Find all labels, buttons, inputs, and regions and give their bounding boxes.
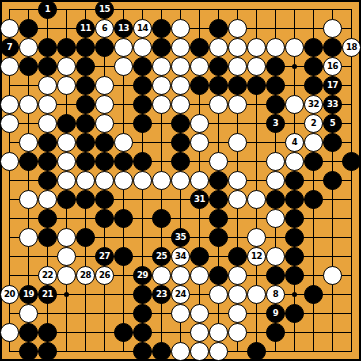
board-cell[interactable] [209,38,228,57]
white-stone [19,38,38,57]
board-cell[interactable] [38,209,57,228]
board-cell[interactable] [19,133,38,152]
black-stone-move-23: 23 [152,285,171,304]
board-cell[interactable] [342,152,361,171]
board-cell[interactable]: 3 [266,114,285,133]
board-cell[interactable] [228,285,247,304]
board-cell[interactable] [38,133,57,152]
black-stone [133,323,152,342]
board-cell[interactable] [76,76,95,95]
board-cell[interactable]: 23 [152,285,171,304]
white-stone [228,38,247,57]
board-cell[interactable] [285,209,304,228]
board-cell[interactable] [95,76,114,95]
black-stone [133,304,152,323]
black-stone-move-7: 7 [0,38,19,57]
white-stone [190,171,209,190]
board-cell[interactable] [38,114,57,133]
board-cell[interactable] [228,57,247,76]
board-cell[interactable] [190,57,209,76]
board-cell[interactable]: 7 [0,38,19,57]
board-cell[interactable]: 11 [76,19,95,38]
board-cell[interactable]: 28 [76,266,95,285]
board-cell[interactable] [209,171,228,190]
board-cell[interactable] [38,190,57,209]
board-cell[interactable] [171,19,190,38]
board-cell[interactable] [95,171,114,190]
board-cell[interactable] [0,95,19,114]
board-cell[interactable] [285,95,304,114]
board-cell[interactable] [171,171,190,190]
board-cell[interactable] [209,285,228,304]
board-cell[interactable] [152,76,171,95]
board-cell[interactable]: 5 [323,114,342,133]
board-cell[interactable] [19,57,38,76]
board-cell[interactable] [171,266,190,285]
board-cell[interactable] [133,114,152,133]
black-stone [304,38,323,57]
board-cell[interactable] [209,228,228,247]
board-cell[interactable] [266,38,285,57]
board-cell[interactable]: 20 [0,285,19,304]
board-cell[interactable] [133,323,152,342]
black-stone [133,285,152,304]
board-cell[interactable] [285,190,304,209]
board-cell[interactable] [247,76,266,95]
board-cell[interactable] [152,95,171,114]
board-cell[interactable] [209,266,228,285]
board-cell[interactable] [38,323,57,342]
white-stone [152,266,171,285]
board-cell[interactable] [304,133,323,152]
board-cell[interactable] [247,57,266,76]
board-cell[interactable] [190,76,209,95]
board-cell[interactable] [57,57,76,76]
board-cell[interactable] [133,171,152,190]
white-stone [171,76,190,95]
board-cell[interactable] [95,38,114,57]
white-stone-move-28: 28 [76,266,95,285]
board-cell[interactable] [133,57,152,76]
hoshi-point [292,64,297,69]
board-cell[interactable] [152,266,171,285]
board-cell[interactable]: 12 [247,247,266,266]
board-cell[interactable] [38,342,57,361]
black-stone [266,57,285,76]
black-stone [114,247,133,266]
board-cell[interactable] [266,152,285,171]
board-cell[interactable] [38,228,57,247]
board-cell[interactable] [0,114,19,133]
board-cell[interactable]: 4 [285,133,304,152]
board-cell[interactable] [171,152,190,171]
black-stone [323,133,342,152]
white-stone [171,19,190,38]
white-stone-move-18: 18 [342,38,361,57]
board-cell[interactable] [266,209,285,228]
board-cell[interactable] [266,266,285,285]
board-cell[interactable] [285,152,304,171]
black-stone [266,190,285,209]
board-cell[interactable] [152,209,171,228]
black-stone [38,209,57,228]
board-cell[interactable] [95,95,114,114]
board-cell[interactable] [57,247,76,266]
board-cell[interactable] [38,76,57,95]
white-stone [0,152,19,171]
board-cell[interactable]: 26 [95,266,114,285]
board-cell[interactable] [285,304,304,323]
board-cell[interactable] [19,190,38,209]
board-cell[interactable] [171,133,190,152]
board-cell[interactable] [266,247,285,266]
board-cell[interactable] [228,190,247,209]
white-stone [190,57,209,76]
board-cell[interactable] [304,285,323,304]
board-cell[interactable] [152,38,171,57]
board-cell[interactable]: 8 [266,285,285,304]
board-cell[interactable] [266,95,285,114]
white-stone [228,266,247,285]
board-cell[interactable] [114,152,133,171]
board-cell[interactable] [285,38,304,57]
white-stone [209,323,228,342]
board-cell[interactable]: 24 [171,285,190,304]
board-cell[interactable] [228,247,247,266]
board-cell[interactable]: 34 [171,247,190,266]
board-cell[interactable] [38,152,57,171]
board-cell[interactable] [209,323,228,342]
board-cell[interactable] [209,190,228,209]
board-cell[interactable] [133,38,152,57]
board-cell[interactable] [76,171,95,190]
board-cell[interactable]: 15 [95,0,114,19]
board-cell[interactable] [19,95,38,114]
board-cell[interactable] [190,171,209,190]
white-stone [209,95,228,114]
board-cell[interactable] [228,76,247,95]
board-cell[interactable] [228,19,247,38]
board-cell[interactable] [323,171,342,190]
board-cell[interactable] [152,19,171,38]
board-cell[interactable] [190,342,209,361]
board-cell[interactable] [247,285,266,304]
board-cell[interactable] [38,38,57,57]
black-stone [209,57,228,76]
board-cell[interactable] [247,38,266,57]
board-cell[interactable] [95,133,114,152]
board-cell[interactable] [0,57,19,76]
white-stone [190,323,209,342]
board-cell[interactable] [171,342,190,361]
black-stone [152,209,171,228]
board-cell[interactable] [285,266,304,285]
black-stone [304,76,323,95]
black-stone [95,152,114,171]
board-cell[interactable] [133,95,152,114]
board-cell[interactable] [19,19,38,38]
board-cell[interactable]: 31 [190,190,209,209]
board-cell[interactable] [57,114,76,133]
black-stone [304,152,323,171]
board-cell[interactable] [19,38,38,57]
board-cell[interactable] [76,57,95,76]
board-cell[interactable] [209,209,228,228]
black-stone [133,114,152,133]
board-cell[interactable]: 32 [304,95,323,114]
board-cell[interactable] [152,342,171,361]
board-cell[interactable] [57,190,76,209]
black-stone [19,152,38,171]
board-cell[interactable] [133,285,152,304]
black-stone-move-5: 5 [323,114,342,133]
board-cell[interactable] [171,95,190,114]
board-cell[interactable] [304,76,323,95]
board-cell[interactable] [304,57,323,76]
board-cell[interactable] [304,38,323,57]
board-cell[interactable] [228,304,247,323]
white-stone [190,342,209,361]
board-cell[interactable] [190,247,209,266]
board-cell[interactable] [285,247,304,266]
black-stone [228,247,247,266]
board-cell[interactable] [190,304,209,323]
black-stone-move-29: 29 [133,266,152,285]
board-cell[interactable]: 35 [171,228,190,247]
board-cell[interactable] [57,266,76,285]
board-cell[interactable] [247,190,266,209]
board-cell[interactable]: 22 [38,266,57,285]
board-cell[interactable] [209,342,228,361]
board-cell[interactable] [323,133,342,152]
board-cell[interactable] [323,19,342,38]
board-cell[interactable] [304,152,323,171]
board-cell[interactable] [228,266,247,285]
board-cell[interactable] [266,323,285,342]
white-stone [209,285,228,304]
board-cell[interactable] [114,38,133,57]
board-cell[interactable] [76,190,95,209]
board-cell[interactable] [57,228,76,247]
black-stone [209,171,228,190]
board-cell[interactable]: 33 [323,95,342,114]
white-stone [285,95,304,114]
white-stone [247,57,266,76]
board-cell[interactable] [114,247,133,266]
white-stone [133,38,152,57]
board-cell[interactable] [247,228,266,247]
board-cell[interactable] [209,95,228,114]
board-cell[interactable] [171,114,190,133]
white-stone-move-32: 32 [304,95,323,114]
board-cell[interactable]: 9 [266,304,285,323]
black-stone [133,76,152,95]
black-stone [76,228,95,247]
board-cell[interactable] [95,209,114,228]
board-cell[interactable] [114,171,133,190]
board-cell[interactable] [76,228,95,247]
board-cell[interactable] [38,57,57,76]
board-cell[interactable] [171,57,190,76]
white-stone [228,171,247,190]
board-cell[interactable] [152,57,171,76]
black-stone [247,76,266,95]
board-cell[interactable] [76,38,95,57]
board-cell[interactable] [95,114,114,133]
white-stone [304,133,323,152]
board-cell[interactable] [209,152,228,171]
board-cell[interactable]: 29 [133,266,152,285]
board-cell[interactable] [0,323,19,342]
black-stone [38,228,57,247]
board-cell[interactable] [190,266,209,285]
black-stone-move-33: 33 [323,95,342,114]
white-stone-move-20: 20 [0,285,19,304]
board-cell[interactable] [76,114,95,133]
black-stone [304,57,323,76]
black-stone-move-3: 3 [266,114,285,133]
board-cell[interactable] [285,228,304,247]
board-cell[interactable] [266,57,285,76]
white-stone [57,57,76,76]
board-cell[interactable] [190,323,209,342]
white-stone-move-14: 14 [133,19,152,38]
board-cell[interactable] [171,76,190,95]
board-cell[interactable] [114,209,133,228]
board-cell[interactable] [323,266,342,285]
board-cell[interactable]: 17 [323,76,342,95]
board-cell[interactable] [57,133,76,152]
board-cell[interactable]: 13 [114,19,133,38]
board-cell[interactable] [95,152,114,171]
board-cell[interactable] [266,76,285,95]
white-stone [171,57,190,76]
white-stone [228,133,247,152]
black-stone [152,38,171,57]
board-cell[interactable] [19,323,38,342]
board-cell[interactable]: 16 [323,57,342,76]
board-cell[interactable] [228,323,247,342]
board-cell[interactable] [323,38,342,57]
board-cell[interactable] [190,38,209,57]
white-stone [171,342,190,361]
board-cell[interactable] [266,171,285,190]
board-cell[interactable] [171,38,190,57]
black-stone [38,342,57,361]
black-stone [285,171,304,190]
black-stone [190,38,209,57]
black-stone [133,57,152,76]
board-cell[interactable] [266,190,285,209]
board-cell[interactable]: 18 [342,38,361,57]
board-cell[interactable] [133,152,152,171]
board-cell[interactable] [228,133,247,152]
black-stone [285,190,304,209]
black-stone [76,190,95,209]
board-cell[interactable] [133,76,152,95]
black-stone [285,266,304,285]
board-cell[interactable] [76,133,95,152]
board-cell[interactable] [190,114,209,133]
white-stone [323,19,342,38]
board-cell[interactable] [38,171,57,190]
black-stone [38,323,57,342]
board-cell[interactable] [19,304,38,323]
board-cell[interactable] [209,76,228,95]
black-stone [114,323,133,342]
board-cell[interactable] [19,342,38,361]
black-stone-move-9: 9 [266,304,285,323]
white-stone-move-8: 8 [266,285,285,304]
board-cell[interactable] [304,190,323,209]
black-stone [285,209,304,228]
white-stone [95,114,114,133]
white-stone [38,95,57,114]
white-stone [0,95,19,114]
board-cell[interactable] [76,152,95,171]
black-stone [266,323,285,342]
board-cell[interactable] [95,190,114,209]
black-stone [19,323,38,342]
black-stone [209,19,228,38]
board-cell[interactable] [209,19,228,38]
board-cell[interactable]: 14 [133,19,152,38]
board-cell[interactable] [57,38,76,57]
white-stone [228,95,247,114]
board-cell[interactable] [0,152,19,171]
board-cell[interactable] [0,19,19,38]
board-cell[interactable] [285,171,304,190]
board-cell[interactable] [190,133,209,152]
black-stone [38,171,57,190]
board-cell[interactable] [152,171,171,190]
board-cell[interactable]: 27 [95,247,114,266]
go-game-diagram: 1151161314718161732333254313527253412222… [0,0,361,361]
board-cell[interactable]: 19 [19,285,38,304]
board-cell[interactable] [38,95,57,114]
board-cell[interactable]: 1 [38,0,57,19]
board-cell[interactable] [114,323,133,342]
board-cell[interactable]: 25 [152,247,171,266]
board-cell[interactable]: 21 [38,285,57,304]
white-stone [57,171,76,190]
black-stone [76,76,95,95]
board-cell[interactable] [228,171,247,190]
white-stone-move-16: 16 [323,57,342,76]
board-cell[interactable]: 2 [304,114,323,133]
board-cell[interactable] [19,228,38,247]
board-cell[interactable] [57,76,76,95]
board-cell[interactable] [19,152,38,171]
board-cell[interactable] [171,304,190,323]
board-cell[interactable] [133,304,152,323]
black-stone [19,19,38,38]
board-cell[interactable] [114,133,133,152]
board-cell[interactable] [57,152,76,171]
board-cell[interactable] [133,342,152,361]
board-cell[interactable] [228,38,247,57]
black-stone [57,190,76,209]
board-cell[interactable] [57,171,76,190]
white-stone [95,76,114,95]
black-stone-move-35: 35 [171,228,190,247]
board-cell[interactable] [209,57,228,76]
board-cell[interactable] [76,95,95,114]
board-cell[interactable] [247,342,266,361]
board-cell[interactable] [228,95,247,114]
board-cell[interactable] [114,57,133,76]
board-cell[interactable]: 6 [95,19,114,38]
